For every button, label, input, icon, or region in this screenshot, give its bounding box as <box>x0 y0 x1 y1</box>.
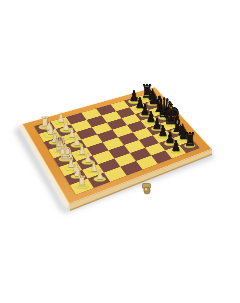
clasp <box>143 184 151 195</box>
chess-set-product-photo: ♜♞♝♛♚♝♞♜♟♟♟♟♟♟♟♟♟♟♟♟♟♟♟♟♜♞♝♛♚♝♞♜ <box>0 0 240 303</box>
